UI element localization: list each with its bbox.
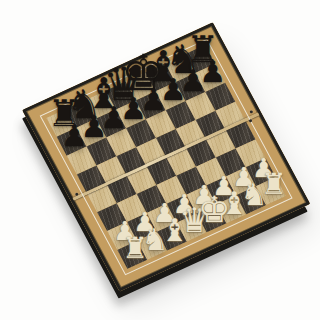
photo-background: ♜♞♝♛♚♝♞♜♟♟♟♟♟♟♟♟♟♟♟♟♟♟♟♟♜♞♝♛♚♝♞♜ <box>0 0 320 320</box>
hinge-pin <box>249 119 253 123</box>
hinge-pin <box>249 110 253 114</box>
chess-board <box>22 22 310 291</box>
